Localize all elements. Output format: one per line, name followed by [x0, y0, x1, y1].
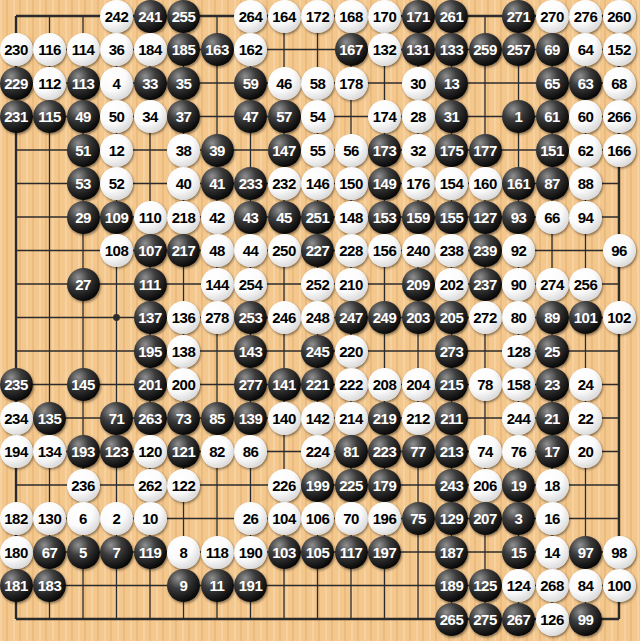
stone-white-10[interactable]: 10: [134, 502, 167, 535]
stone-black-89[interactable]: 89: [536, 301, 569, 334]
stone-white-118[interactable]: 118: [201, 536, 234, 569]
stone-white-128[interactable]: 128: [502, 335, 535, 368]
stone-black-11[interactable]: 11: [201, 569, 234, 602]
stone-white-144[interactable]: 144: [201, 268, 234, 301]
stone-black-227[interactable]: 227: [301, 234, 334, 267]
stone-white-218[interactable]: 218: [167, 201, 200, 234]
stone-white-52[interactable]: 52: [100, 167, 133, 200]
go-board[interactable]: 2422412552641641721681701712612712702762…: [0, 0, 640, 641]
stone-black-15[interactable]: 15: [502, 536, 535, 569]
stone-black-263[interactable]: 263: [134, 402, 167, 435]
stone-white-276[interactable]: 276: [569, 0, 602, 33]
stone-white-108[interactable]: 108: [100, 234, 133, 267]
stone-black-247[interactable]: 247: [335, 301, 368, 334]
stone-black-17[interactable]: 17: [536, 435, 569, 468]
stone-black-219[interactable]: 219: [368, 402, 401, 435]
stone-black-213[interactable]: 213: [435, 435, 468, 468]
stone-black-35[interactable]: 35: [167, 67, 200, 100]
stone-white-140[interactable]: 140: [268, 402, 301, 435]
stone-white-4[interactable]: 4: [100, 67, 133, 100]
stone-white-242[interactable]: 242: [100, 0, 133, 33]
stone-black-271[interactable]: 271: [502, 0, 535, 33]
stone-white-256[interactable]: 256: [569, 268, 602, 301]
stone-white-18[interactable]: 18: [536, 469, 569, 502]
stone-white-28[interactable]: 28: [402, 100, 435, 133]
stone-black-139[interactable]: 139: [234, 402, 267, 435]
stone-black-13[interactable]: 13: [435, 67, 468, 100]
stone-white-228[interactable]: 228: [335, 234, 368, 267]
stone-white-266[interactable]: 266: [603, 100, 636, 133]
stone-white-8[interactable]: 8: [167, 536, 200, 569]
stone-black-191[interactable]: 191: [234, 569, 267, 602]
stone-black-223[interactable]: 223: [368, 435, 401, 468]
stone-white-156[interactable]: 156: [368, 234, 401, 267]
stone-black-105[interactable]: 105: [301, 536, 334, 569]
stone-white-212[interactable]: 212: [402, 402, 435, 435]
stone-black-147[interactable]: 147: [268, 134, 301, 167]
stone-white-46[interactable]: 46: [268, 67, 301, 100]
stone-black-1[interactable]: 1: [502, 100, 535, 133]
stone-white-98[interactable]: 98: [603, 536, 636, 569]
stone-black-39[interactable]: 39: [201, 134, 234, 167]
stone-white-136[interactable]: 136: [167, 301, 200, 334]
stone-black-93[interactable]: 93: [502, 201, 535, 234]
stone-white-54[interactable]: 54: [301, 100, 334, 133]
stone-black-175[interactable]: 175: [435, 134, 468, 167]
stone-white-148[interactable]: 148: [335, 201, 368, 234]
stone-black-123[interactable]: 123: [100, 435, 133, 468]
stone-white-170[interactable]: 170: [368, 0, 401, 33]
stone-white-184[interactable]: 184: [134, 33, 167, 66]
stone-white-250[interactable]: 250: [268, 234, 301, 267]
stone-black-121[interactable]: 121: [167, 435, 200, 468]
stone-black-19[interactable]: 19: [502, 469, 535, 502]
stone-black-71[interactable]: 71: [100, 402, 133, 435]
stone-white-132[interactable]: 132: [368, 33, 401, 66]
stone-white-246[interactable]: 246: [268, 301, 301, 334]
stone-black-255[interactable]: 255: [167, 0, 200, 33]
stone-white-180[interactable]: 180: [0, 536, 33, 569]
stone-black-145[interactable]: 145: [67, 368, 100, 401]
stone-white-14[interactable]: 14: [536, 536, 569, 569]
stone-white-234[interactable]: 234: [0, 402, 33, 435]
stone-white-84[interactable]: 84: [569, 569, 602, 602]
stone-black-69[interactable]: 69: [536, 33, 569, 66]
stone-black-199[interactable]: 199: [301, 469, 334, 502]
stone-black-81[interactable]: 81: [335, 435, 368, 468]
stone-black-275[interactable]: 275: [469, 603, 502, 636]
stone-black-231[interactable]: 231: [0, 100, 33, 133]
stone-white-122[interactable]: 122: [167, 469, 200, 502]
stone-white-268[interactable]: 268: [536, 569, 569, 602]
stone-white-238[interactable]: 238: [435, 234, 468, 267]
stone-black-273[interactable]: 273: [435, 335, 468, 368]
stone-black-187[interactable]: 187: [435, 536, 468, 569]
stone-black-59[interactable]: 59: [234, 67, 267, 100]
stone-white-74[interactable]: 74: [469, 435, 502, 468]
stone-black-137[interactable]: 137: [134, 301, 167, 334]
stone-black-243[interactable]: 243: [435, 469, 468, 502]
stone-black-159[interactable]: 159: [402, 201, 435, 234]
stone-black-73[interactable]: 73: [167, 402, 200, 435]
stone-white-82[interactable]: 82: [201, 435, 234, 468]
stone-black-113[interactable]: 113: [67, 67, 100, 100]
stone-black-3[interactable]: 3: [502, 502, 535, 535]
stone-white-264[interactable]: 264: [234, 0, 267, 33]
stone-black-241[interactable]: 241: [134, 0, 167, 33]
stone-white-55[interactable]: 55: [301, 134, 334, 167]
stone-black-193[interactable]: 193: [67, 435, 100, 468]
stone-white-92[interactable]: 92: [502, 234, 535, 267]
stone-white-26[interactable]: 26: [234, 502, 267, 535]
stone-white-194[interactable]: 194: [0, 435, 33, 468]
stone-white-176[interactable]: 176: [402, 167, 435, 200]
stone-black-209[interactable]: 209: [402, 268, 435, 301]
stone-white-30[interactable]: 30: [402, 67, 435, 100]
stone-white-154[interactable]: 154: [435, 167, 468, 200]
stone-white-50[interactable]: 50: [100, 100, 133, 133]
stone-black-173[interactable]: 173: [368, 134, 401, 167]
stone-black-233[interactable]: 233: [234, 167, 267, 200]
stone-black-111[interactable]: 111: [134, 268, 167, 301]
stone-white-262[interactable]: 262: [134, 469, 167, 502]
stone-white-110[interactable]: 110: [134, 201, 167, 234]
stone-black-5[interactable]: 5: [67, 536, 100, 569]
stone-black-103[interactable]: 103: [268, 536, 301, 569]
stone-white-88[interactable]: 88: [569, 167, 602, 200]
stone-white-270[interactable]: 270: [536, 0, 569, 33]
stone-white-66[interactable]: 66: [536, 201, 569, 234]
stone-black-57[interactable]: 57: [268, 100, 301, 133]
stone-white-20[interactable]: 20: [569, 435, 602, 468]
star-point: [113, 314, 120, 321]
stone-black-249[interactable]: 249: [368, 301, 401, 334]
stone-black-215[interactable]: 215: [435, 368, 468, 401]
stone-white-202[interactable]: 202: [435, 268, 468, 301]
stone-black-107[interactable]: 107: [134, 234, 167, 267]
stone-black-217[interactable]: 217: [167, 234, 200, 267]
stone-white-226[interactable]: 226: [268, 469, 301, 502]
stone-white-56[interactable]: 56: [335, 134, 368, 167]
stone-black-135[interactable]: 135: [33, 402, 66, 435]
stone-white-206[interactable]: 206: [469, 469, 502, 502]
stone-white-64[interactable]: 64: [569, 33, 602, 66]
stone-white-102[interactable]: 102: [603, 301, 636, 334]
stone-black-75[interactable]: 75: [402, 502, 435, 535]
stone-white-112[interactable]: 112: [33, 67, 66, 100]
stone-white-232[interactable]: 232: [268, 167, 301, 200]
stone-black-47[interactable]: 47: [234, 100, 267, 133]
stone-white-196[interactable]: 196: [368, 502, 401, 535]
stone-black-109[interactable]: 109: [100, 201, 133, 234]
stone-black-239[interactable]: 239: [469, 234, 502, 267]
stone-black-87[interactable]: 87: [536, 167, 569, 200]
stone-black-197[interactable]: 197: [368, 536, 401, 569]
stone-white-62[interactable]: 62: [569, 134, 602, 167]
stone-black-211[interactable]: 211: [435, 402, 468, 435]
stone-white-100[interactable]: 100: [603, 569, 636, 602]
stone-white-70[interactable]: 70: [335, 502, 368, 535]
stone-black-203[interactable]: 203: [402, 301, 435, 334]
stone-black-277[interactable]: 277: [234, 368, 267, 401]
stone-black-85[interactable]: 85: [201, 402, 234, 435]
stone-black-49[interactable]: 49: [67, 100, 100, 133]
stone-black-25[interactable]: 25: [536, 335, 569, 368]
stone-white-38[interactable]: 38: [167, 134, 200, 167]
stone-white-260[interactable]: 260: [603, 0, 636, 33]
stone-white-58[interactable]: 58: [301, 67, 334, 100]
stone-white-104[interactable]: 104: [268, 502, 301, 535]
stone-white-158[interactable]: 158: [502, 368, 535, 401]
stone-black-261[interactable]: 261: [435, 0, 468, 33]
stone-black-153[interactable]: 153: [368, 201, 401, 234]
stone-white-76[interactable]: 76: [502, 435, 535, 468]
stone-white-120[interactable]: 120: [134, 435, 167, 468]
stone-black-201[interactable]: 201: [134, 368, 167, 401]
stone-white-174[interactable]: 174: [368, 100, 401, 133]
stone-white-138[interactable]: 138: [167, 335, 200, 368]
stone-white-126[interactable]: 126: [536, 603, 569, 636]
stone-white-214[interactable]: 214: [335, 402, 368, 435]
stone-white-178[interactable]: 178: [335, 67, 368, 100]
stone-white-22[interactable]: 22: [569, 402, 602, 435]
stone-black-225[interactable]: 225: [335, 469, 368, 502]
stone-black-31[interactable]: 31: [435, 100, 468, 133]
stone-white-90[interactable]: 90: [502, 268, 535, 301]
stone-black-51[interactable]: 51: [67, 134, 100, 167]
stone-white-152[interactable]: 152: [603, 33, 636, 66]
stone-black-207[interactable]: 207: [469, 502, 502, 535]
stone-white-272[interactable]: 272: [469, 301, 502, 334]
stone-black-221[interactable]: 221: [301, 368, 334, 401]
stone-black-63[interactable]: 63: [569, 67, 602, 100]
stone-white-78[interactable]: 78: [469, 368, 502, 401]
stone-black-141[interactable]: 141: [268, 368, 301, 401]
stone-white-142[interactable]: 142: [301, 402, 334, 435]
stone-white-116[interactable]: 116: [33, 33, 66, 66]
stone-black-149[interactable]: 149: [368, 167, 401, 200]
stone-white-252[interactable]: 252: [301, 268, 334, 301]
stone-black-267[interactable]: 267: [502, 603, 535, 636]
stone-white-182[interactable]: 182: [0, 502, 33, 535]
stone-white-240[interactable]: 240: [402, 234, 435, 267]
stone-white-34[interactable]: 34: [134, 100, 167, 133]
stone-black-259[interactable]: 259: [469, 33, 502, 66]
stone-black-183[interactable]: 183: [33, 569, 66, 602]
stone-black-21[interactable]: 21: [536, 402, 569, 435]
stone-white-12[interactable]: 12: [100, 134, 133, 167]
stone-white-164[interactable]: 164: [268, 0, 301, 33]
stone-white-68[interactable]: 68: [603, 67, 636, 100]
stone-white-236[interactable]: 236: [67, 469, 100, 502]
stone-black-43[interactable]: 43: [234, 201, 267, 234]
stone-black-127[interactable]: 127: [469, 201, 502, 234]
stone-white-6[interactable]: 6: [67, 502, 100, 535]
stone-white-86[interactable]: 86: [234, 435, 267, 468]
stone-black-53[interactable]: 53: [67, 167, 100, 200]
stone-black-45[interactable]: 45: [268, 201, 301, 234]
stone-white-230[interactable]: 230: [0, 33, 33, 66]
stone-white-274[interactable]: 274: [536, 268, 569, 301]
stone-black-29[interactable]: 29: [67, 201, 100, 234]
stone-white-172[interactable]: 172: [301, 0, 334, 33]
stone-black-181[interactable]: 181: [0, 569, 33, 602]
stone-white-24[interactable]: 24: [569, 368, 602, 401]
stone-black-9[interactable]: 9: [167, 569, 200, 602]
stone-black-185[interactable]: 185: [167, 33, 200, 66]
stone-white-106[interactable]: 106: [301, 502, 334, 535]
stone-black-265[interactable]: 265: [435, 603, 468, 636]
stone-white-42[interactable]: 42: [201, 201, 234, 234]
stone-black-235[interactable]: 235: [0, 368, 33, 401]
stone-white-248[interactable]: 248: [301, 301, 334, 334]
stone-black-37[interactable]: 37: [167, 100, 200, 133]
stone-black-33[interactable]: 33: [134, 67, 167, 100]
stone-black-245[interactable]: 245: [301, 335, 334, 368]
stone-black-67[interactable]: 67: [33, 536, 66, 569]
stone-white-36[interactable]: 36: [100, 33, 133, 66]
stone-white-200[interactable]: 200: [167, 368, 200, 401]
stone-black-23[interactable]: 23: [536, 368, 569, 401]
stone-white-130[interactable]: 130: [33, 502, 66, 535]
stone-white-48[interactable]: 48: [201, 234, 234, 267]
stone-white-146[interactable]: 146: [301, 167, 334, 200]
stone-black-229[interactable]: 229: [0, 67, 33, 100]
stone-black-161[interactable]: 161: [502, 167, 535, 200]
stone-black-129[interactable]: 129: [435, 502, 468, 535]
stone-white-210[interactable]: 210: [335, 268, 368, 301]
stone-white-254[interactable]: 254: [234, 268, 267, 301]
stone-white-162[interactable]: 162: [234, 33, 267, 66]
stone-black-41[interactable]: 41: [201, 167, 234, 200]
stone-black-65[interactable]: 65: [536, 67, 569, 100]
stone-black-167[interactable]: 167: [335, 33, 368, 66]
stone-black-99[interactable]: 99: [569, 603, 602, 636]
stone-black-179[interactable]: 179: [368, 469, 401, 502]
stone-white-166[interactable]: 166: [603, 134, 636, 167]
stone-white-96[interactable]: 96: [603, 234, 636, 267]
stone-black-101[interactable]: 101: [569, 301, 602, 334]
stone-black-251[interactable]: 251: [301, 201, 334, 234]
stone-white-32[interactable]: 32: [402, 134, 435, 167]
stone-black-189[interactable]: 189: [435, 569, 468, 602]
stone-black-205[interactable]: 205: [435, 301, 468, 334]
stone-black-77[interactable]: 77: [402, 435, 435, 468]
stone-black-155[interactable]: 155: [435, 201, 468, 234]
stone-white-220[interactable]: 220: [335, 335, 368, 368]
stone-white-60[interactable]: 60: [569, 100, 602, 133]
stone-black-237[interactable]: 237: [469, 268, 502, 301]
stone-white-80[interactable]: 80: [502, 301, 535, 334]
stone-white-16[interactable]: 16: [536, 502, 569, 535]
stone-black-119[interactable]: 119: [134, 536, 167, 569]
stone-black-163[interactable]: 163: [201, 33, 234, 66]
stone-white-244[interactable]: 244: [502, 402, 535, 435]
stone-black-125[interactable]: 125: [469, 569, 502, 602]
stone-black-177[interactable]: 177: [469, 134, 502, 167]
stone-white-222[interactable]: 222: [335, 368, 368, 401]
stone-black-257[interactable]: 257: [502, 33, 535, 66]
stone-black-27[interactable]: 27: [67, 268, 100, 301]
stone-white-124[interactable]: 124: [502, 569, 535, 602]
stone-black-151[interactable]: 151: [536, 134, 569, 167]
stone-white-204[interactable]: 204: [402, 368, 435, 401]
stone-black-115[interactable]: 115: [33, 100, 66, 133]
stone-black-253[interactable]: 253: [234, 301, 267, 334]
stone-black-7[interactable]: 7: [100, 536, 133, 569]
stone-white-44[interactable]: 44: [234, 234, 267, 267]
stone-white-94[interactable]: 94: [569, 201, 602, 234]
stone-white-224[interactable]: 224: [301, 435, 334, 468]
stone-white-2[interactable]: 2: [100, 502, 133, 535]
stone-white-40[interactable]: 40: [167, 167, 200, 200]
stone-black-97[interactable]: 97: [569, 536, 602, 569]
stone-white-114[interactable]: 114: [67, 33, 100, 66]
stone-white-168[interactable]: 168: [335, 0, 368, 33]
stone-black-117[interactable]: 117: [335, 536, 368, 569]
stone-black-131[interactable]: 131: [402, 33, 435, 66]
stone-white-134[interactable]: 134: [33, 435, 66, 468]
stone-black-133[interactable]: 133: [435, 33, 468, 66]
stone-white-160[interactable]: 160: [469, 167, 502, 200]
stone-white-278[interactable]: 278: [201, 301, 234, 334]
stone-white-190[interactable]: 190: [234, 536, 267, 569]
stone-black-61[interactable]: 61: [536, 100, 569, 133]
stone-white-150[interactable]: 150: [335, 167, 368, 200]
stone-white-208[interactable]: 208: [368, 368, 401, 401]
stone-black-143[interactable]: 143: [234, 335, 267, 368]
stone-black-195[interactable]: 195: [134, 335, 167, 368]
stone-black-171[interactable]: 171: [402, 0, 435, 33]
